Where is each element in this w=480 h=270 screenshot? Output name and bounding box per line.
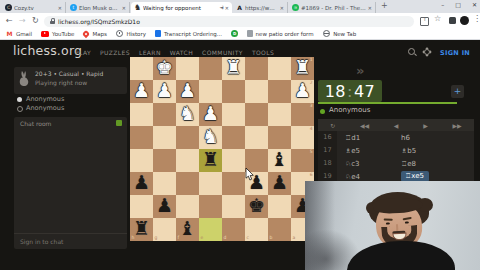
rapid-rabbit-icon: [18, 70, 30, 87]
search-icon[interactable]: [408, 48, 415, 55]
url-bar[interactable]: lichess.org/ISQmzSmkzD1o: [44, 16, 414, 27]
square-c3[interactable]: [245, 103, 268, 126]
square-c7[interactable]: ♚: [245, 195, 268, 218]
youtube-icon: [41, 31, 49, 37]
square-h4[interactable]: [130, 126, 153, 149]
rank-label: 4: [310, 127, 313, 132]
white-move[interactable]: ♖d1: [337, 134, 393, 142]
cycle-icon[interactable]: ↻: [330, 122, 335, 129]
spotify-favicon-icon: [292, 4, 299, 11]
streamer-eye: [386, 222, 390, 225]
square-c1[interactable]: [245, 57, 268, 80]
square-b6[interactable]: ♟: [268, 172, 291, 195]
bookmark-star-icon[interactable]: ☆: [434, 14, 441, 23]
chat-title: Chat room: [20, 120, 51, 127]
bookmarks-bar: GmailYouTubeMapsHistoryTranscript Orderi…: [0, 28, 480, 40]
tab-close-icon[interactable]: ✕: [280, 5, 284, 11]
back-icon[interactable]: ←: [6, 13, 13, 28]
move-number: 18: [318, 157, 337, 170]
streamer-body: [347, 241, 455, 270]
nav-play[interactable]: PLAY: [75, 49, 91, 56]
square-g6[interactable]: [153, 172, 176, 195]
browser-tab[interactable]: https://www.axios.com/✕: [233, 2, 288, 13]
square-b3[interactable]: [268, 103, 291, 126]
online-dot: [320, 109, 325, 114]
opponent-name[interactable]: Anonymous: [329, 106, 370, 114]
clock-minutes: 18: [325, 82, 346, 101]
file-label: c: [247, 236, 249, 241]
black-bishop[interactable]: ♝: [176, 217, 199, 240]
file-label: a: [293, 236, 296, 241]
square-b1[interactable]: [268, 57, 291, 80]
game-status-label: Playing right now: [35, 79, 87, 86]
square-h6[interactable]: ♟: [130, 172, 153, 195]
bookmark-label: YouTube: [52, 31, 74, 37]
square-g3[interactable]: [153, 103, 176, 126]
move-controls: ↻◀◀◀▶▶▶: [318, 119, 474, 131]
share-icon[interactable]: [420, 17, 429, 26]
square-e2[interactable]: [199, 80, 222, 103]
square-f7[interactable]: [176, 195, 199, 218]
square-h7[interactable]: [130, 195, 153, 218]
white-move[interactable]: ♘c3: [337, 160, 393, 168]
black-move[interactable]: ♗b5: [393, 147, 416, 155]
tab-close-icon[interactable]: ✕: [58, 5, 62, 11]
white-move[interactable]: ♘e4: [337, 173, 393, 181]
chat-panel: [14, 117, 127, 249]
bookmark-label: Gmail: [16, 31, 32, 37]
forward-icon[interactable]: →: [19, 13, 26, 28]
black-king[interactable]: ♚: [245, 194, 268, 217]
square-a3[interactable]: 3: [291, 103, 314, 126]
black-pawn[interactable]: ♟: [130, 171, 153, 194]
square-c8[interactable]: c: [245, 218, 268, 241]
square-b7[interactable]: [268, 195, 291, 218]
black-pawn[interactable]: ♟: [268, 171, 291, 194]
chat-divider: [14, 233, 127, 234]
square-g7[interactable]: ♟: [153, 195, 176, 218]
profile-avatar[interactable]: [460, 16, 469, 25]
reload-icon[interactable]: ↻: [32, 13, 39, 28]
rank-label: 3: [310, 104, 313, 109]
square-d2[interactable]: [222, 80, 245, 103]
clock-seconds: 47: [354, 82, 375, 101]
bookmark-label: Transcript Ordering...: [164, 31, 222, 37]
screen: Cozy.tv✕Elon Musk on Twitter: "F✕Waiting…: [0, 0, 480, 270]
square-b4[interactable]: [268, 126, 291, 149]
maps-icon: [82, 29, 90, 37]
chess-board[interactable]: ♚♜♜1♟♟♟♟2♞♟3♞4♜♝5♟♟♟6♟♚♟7♜hg♝fedcba8: [130, 57, 314, 241]
move-list: 16♖d1h617♗e5♗b518♘c3♖e819♘e4♖xe5: [318, 131, 474, 183]
bookmark-maps[interactable]: Maps: [83, 31, 106, 37]
file-label: d: [224, 236, 227, 241]
bookmark-gmail[interactable]: Gmail: [6, 30, 32, 37]
white-pawn[interactable]: ♟: [176, 79, 199, 102]
square-f6[interactable]: [176, 172, 199, 195]
lichess-favicon-icon: [134, 4, 141, 11]
tab-title: Waiting for opponent: [143, 5, 218, 11]
square-c2[interactable]: [245, 80, 268, 103]
transcript-icon: [155, 30, 161, 37]
square-a5[interactable]: 5: [291, 149, 314, 172]
square-d3[interactable]: [222, 103, 245, 126]
tab-audio-icon[interactable]: ◄): [220, 5, 223, 10]
white-rook[interactable]: ♜: [222, 56, 245, 79]
square-e1[interactable]: [199, 57, 222, 80]
square-d8[interactable]: d: [222, 218, 245, 241]
square-h5[interactable]: [130, 149, 153, 172]
square-h8[interactable]: ♜h: [130, 218, 153, 241]
white-knight[interactable]: ♞: [176, 102, 199, 125]
square-d4[interactable]: [222, 126, 245, 149]
file-label: e: [201, 236, 204, 241]
nav-learn[interactable]: LEARN: [139, 49, 161, 56]
streamer-eyebrow: [384, 218, 393, 220]
file-label: f: [178, 236, 180, 241]
square-f8[interactable]: ♝f: [176, 218, 199, 241]
lichess-logo[interactable]: lichess.org: [13, 43, 82, 58]
tab-close-icon[interactable]: ✕: [368, 5, 372, 11]
step-forward-icon[interactable]: ▶: [423, 122, 428, 129]
webcam: [305, 181, 480, 270]
square-a1[interactable]: ♜1: [291, 57, 314, 80]
black-pawn[interactable]: ♟: [153, 194, 176, 217]
tab-title: https://www.axios.com/: [245, 5, 278, 11]
black-bishop[interactable]: ♝: [268, 148, 291, 171]
square-h3[interactable]: [130, 103, 153, 126]
square-g5[interactable]: [153, 149, 176, 172]
square-h2[interactable]: ♟: [130, 80, 153, 103]
square-e6[interactable]: [199, 172, 222, 195]
nav-watch[interactable]: WATCH: [170, 49, 193, 56]
square-d6[interactable]: [222, 172, 245, 195]
black-player-icon: [17, 106, 23, 112]
square-g1[interactable]: ♚: [153, 57, 176, 80]
white-player-icon: [17, 97, 22, 102]
sign-in-button[interactable]: SIGN IN: [440, 49, 470, 57]
chat-toggle[interactable]: [116, 120, 122, 126]
tab-title: Elon Musk on Twitter: "F: [79, 5, 120, 11]
nav-tools[interactable]: TOOLS: [252, 49, 274, 56]
browser-tab[interactable]: Cozy.tv✕: [2, 2, 66, 13]
nav-community[interactable]: COMMUNITY: [202, 49, 243, 56]
black-rook[interactable]: ♜: [199, 148, 222, 171]
white-move[interactable]: ♗e5: [337, 147, 393, 155]
browser-tab[interactable]: Elon Musk on Twitter: "F✕: [67, 2, 130, 13]
white-pawn[interactable]: ♟: [153, 79, 176, 102]
bookmark-youtube[interactable]: YouTube: [41, 31, 74, 37]
bookmark-transcript-ordering-[interactable]: Transcript Ordering...: [155, 30, 222, 37]
close-window-icon[interactable]: ✕: [472, 1, 477, 8]
bookmark-label: New Tab: [333, 31, 356, 37]
bookmark-docusign[interactable]: [231, 30, 238, 37]
tab-title: Cozy.tv: [14, 5, 56, 11]
square-g4[interactable]: [153, 126, 176, 149]
bookmark-new-patio-order-form[interactable]: new patio order form: [247, 30, 314, 37]
maximize-window-icon[interactable]: □: [455, 1, 461, 8]
mouse-cursor: [245, 168, 254, 181]
url-text[interactable]: lichess.org/ISQmzSmkzD1o: [58, 18, 140, 25]
opponent-clock: 18:47: [318, 80, 382, 102]
browser-tab-strip: Cozy.tv✕Elon Musk on Twitter: "F✕Waiting…: [0, 0, 480, 13]
bookmark-label: Maps: [92, 31, 106, 37]
skip-first-icon[interactable]: ◀◀: [360, 122, 369, 129]
tab-close-icon[interactable]: ✕: [122, 5, 126, 11]
move-number: 16: [318, 131, 337, 144]
white-knight[interactable]: ♞: [199, 125, 222, 148]
time-control-label: 20+3 • Casual • Rapid: [35, 70, 103, 77]
square-e3[interactable]: ♟: [199, 103, 222, 126]
square-b2[interactable]: [268, 80, 291, 103]
browser-tab[interactable]: #1869 - Dr. Phil - The Jo✕: [289, 2, 376, 13]
square-f5[interactable]: [176, 149, 199, 172]
square-e5[interactable]: ♜: [199, 149, 222, 172]
axios-favicon-icon: [236, 4, 243, 11]
globe-icon: [323, 30, 331, 38]
clock-separator: :: [346, 82, 354, 101]
step-back-icon[interactable]: ◀: [394, 122, 399, 129]
square-f2[interactable]: ♟: [176, 80, 199, 103]
doc-icon: [247, 30, 253, 37]
white-king[interactable]: ♚: [153, 56, 176, 79]
square-a2[interactable]: ♟2: [291, 80, 314, 103]
double-chevron-icon[interactable]: »: [356, 63, 364, 78]
gear-icon[interactable]: [424, 49, 430, 55]
padlock-icon: [50, 18, 55, 24]
white-player-name[interactable]: Anonymous: [26, 95, 64, 103]
cozy-favicon-icon: [5, 4, 12, 11]
square-e4[interactable]: ♞: [199, 126, 222, 149]
browser-tab[interactable]: Waiting for opponent◄)✕: [131, 2, 232, 13]
browser-menu-icon[interactable]: ⋮: [473, 14, 480, 23]
move-row: 18♘c3♖e8: [318, 157, 474, 170]
square-b8[interactable]: b: [268, 218, 291, 241]
move-row: 17♗e5♗b5: [318, 144, 474, 157]
tab-close-icon[interactable]: ✕: [225, 5, 229, 11]
window-controls: –□✕: [441, 1, 477, 8]
twitter-favicon-icon: [70, 4, 77, 11]
square-h1[interactable]: [130, 57, 153, 80]
white-pawn[interactable]: ♟: [199, 102, 222, 125]
square-a4[interactable]: 4: [291, 126, 314, 149]
bookmark-label: History: [126, 31, 146, 37]
square-c4[interactable]: [245, 126, 268, 149]
square-e8[interactable]: e: [199, 218, 222, 241]
square-d1[interactable]: ♜: [222, 57, 245, 80]
square-f1[interactable]: [176, 57, 199, 80]
bookmark-new-tab[interactable]: New Tab: [323, 30, 357, 38]
rank-label: 6: [310, 173, 313, 178]
square-b5[interactable]: ♝: [268, 149, 291, 172]
bookmark-history[interactable]: History: [116, 30, 146, 38]
white-pawn[interactable]: ♟: [130, 79, 153, 102]
square-g8[interactable]: g: [153, 218, 176, 241]
square-g2[interactable]: ♟: [153, 80, 176, 103]
square-e7[interactable]: [199, 195, 222, 218]
black-player-name[interactable]: Anonymous: [26, 104, 64, 112]
move-number: 17: [318, 144, 337, 157]
extension-icon[interactable]: [449, 17, 456, 24]
square-f3[interactable]: ♞: [176, 103, 199, 126]
gmail-icon: [6, 30, 13, 37]
square-d5[interactable]: [222, 149, 245, 172]
tab-title: #1869 - Dr. Phil - The Jo: [301, 5, 366, 11]
streamer-eyebrow: [403, 216, 412, 220]
bookmark-label: new patio order form: [256, 31, 314, 37]
history-icon: [116, 30, 124, 38]
square-f4[interactable]: [176, 126, 199, 149]
square-d7[interactable]: [222, 195, 245, 218]
streamer-fringe: [373, 197, 424, 215]
black-move[interactable]: ♖e8: [393, 160, 416, 168]
chat-signin-note[interactable]: Sign in to chat: [20, 238, 63, 245]
clock-time-bar: [318, 102, 457, 104]
file-label: g: [155, 236, 158, 241]
lichess-nav: PLAYPUZZLESLEARNWATCHCOMMUNITYTOOLS: [75, 49, 274, 56]
rank-label: 2: [310, 81, 313, 86]
nav-puzzles[interactable]: PUZZLES: [100, 49, 130, 56]
file-label: b: [270, 236, 273, 241]
streamer-eye: [405, 221, 409, 224]
black-move[interactable]: h6: [393, 134, 410, 142]
add-time-button[interactable]: +: [451, 85, 464, 98]
file-label: h: [132, 236, 135, 241]
rank-label: 5: [310, 150, 313, 155]
minimize-window-icon[interactable]: –: [441, 1, 444, 8]
docusign-icon: [231, 30, 238, 37]
new-tab-button[interactable]: +: [381, 1, 388, 10]
rank-label: 1: [310, 58, 313, 63]
skip-last-icon[interactable]: ▶▶: [452, 122, 461, 129]
move-row: 16♖d1h6: [318, 131, 474, 144]
